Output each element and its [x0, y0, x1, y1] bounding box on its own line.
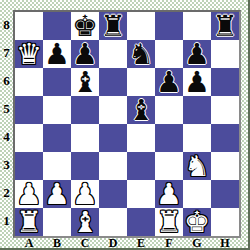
- file-label-g: G: [183, 237, 211, 250]
- square-h6[interactable]: [211, 68, 239, 96]
- square-c3[interactable]: [71, 152, 99, 180]
- piece-white-pawn[interactable]: ♟: [72, 180, 98, 208]
- piece-black-pawn[interactable]: ♟: [184, 40, 210, 68]
- piece-white-rook[interactable]: ♜: [16, 208, 42, 236]
- square-g5[interactable]: [183, 96, 211, 124]
- piece-white-king[interactable]: ♚: [184, 208, 210, 236]
- piece-white-bishop[interactable]: ♝: [72, 208, 98, 236]
- square-d2[interactable]: [99, 180, 127, 208]
- square-a8[interactable]: [15, 12, 43, 40]
- square-g1[interactable]: ♚: [183, 208, 211, 236]
- square-d3[interactable]: [99, 152, 127, 180]
- piece-white-queen[interactable]: ♛: [16, 40, 42, 68]
- file-label-b: B: [43, 237, 71, 250]
- square-g8[interactable]: [183, 12, 211, 40]
- piece-black-bishop[interactable]: ♝: [128, 96, 154, 124]
- square-g6[interactable]: ♟: [183, 68, 211, 96]
- square-c6[interactable]: ♝: [71, 68, 99, 96]
- square-e4[interactable]: [127, 124, 155, 152]
- piece-black-king[interactable]: ♚: [72, 12, 98, 40]
- square-h1[interactable]: [211, 208, 239, 236]
- rank-label-8: 8: [0, 12, 13, 40]
- rank-label-3: 3: [0, 152, 13, 180]
- chess-board: ♚♜♜♛♟♟♞♟♝♟♟♝♞♟♟♟♟♜♝♜♚: [13, 10, 241, 238]
- square-g3[interactable]: ♞: [183, 152, 211, 180]
- file-label-c: C: [71, 237, 99, 250]
- square-h8[interactable]: ♜: [211, 12, 239, 40]
- square-e6[interactable]: [127, 68, 155, 96]
- square-c8[interactable]: ♚: [71, 12, 99, 40]
- file-label-f: F: [155, 237, 183, 250]
- file-label-h: H: [211, 237, 239, 250]
- file-labels: A B C D E F G H: [15, 237, 239, 250]
- square-f4[interactable]: [155, 124, 183, 152]
- chess-panel: 8 7 6 5 4 3 2 1 ♚♜♜♛♟♟♞♟♝♟♟♝♞♟♟♟♟♜♝♜♚ A …: [0, 0, 250, 250]
- piece-black-knight[interactable]: ♞: [128, 40, 154, 68]
- square-f5[interactable]: [155, 96, 183, 124]
- piece-black-bishop[interactable]: ♝: [72, 68, 98, 96]
- square-f8[interactable]: [155, 12, 183, 40]
- square-f2[interactable]: ♟: [155, 180, 183, 208]
- square-e1[interactable]: [127, 208, 155, 236]
- rank-label-7: 7: [0, 40, 13, 68]
- square-h3[interactable]: [211, 152, 239, 180]
- square-h7[interactable]: [211, 40, 239, 68]
- square-f1[interactable]: ♜: [155, 208, 183, 236]
- square-e5[interactable]: ♝: [127, 96, 155, 124]
- square-g2[interactable]: [183, 180, 211, 208]
- square-a4[interactable]: [15, 124, 43, 152]
- square-e3[interactable]: [127, 152, 155, 180]
- square-a7[interactable]: ♛: [15, 40, 43, 68]
- piece-black-rook[interactable]: ♜: [100, 12, 126, 40]
- rank-label-4: 4: [0, 124, 13, 152]
- piece-black-pawn[interactable]: ♟: [44, 40, 70, 68]
- piece-black-pawn[interactable]: ♟: [156, 68, 182, 96]
- square-a2[interactable]: ♟: [15, 180, 43, 208]
- square-b4[interactable]: [43, 124, 71, 152]
- square-b1[interactable]: [43, 208, 71, 236]
- piece-white-pawn[interactable]: ♟: [44, 180, 70, 208]
- piece-black-rook[interactable]: ♜: [212, 12, 238, 40]
- square-b2[interactable]: ♟: [43, 180, 71, 208]
- square-b3[interactable]: [43, 152, 71, 180]
- file-label-d: D: [99, 237, 127, 250]
- square-d4[interactable]: [99, 124, 127, 152]
- square-d7[interactable]: [99, 40, 127, 68]
- square-e8[interactable]: [127, 12, 155, 40]
- rank-label-5: 5: [0, 96, 13, 124]
- square-d8[interactable]: ♜: [99, 12, 127, 40]
- square-a3[interactable]: [15, 152, 43, 180]
- piece-white-pawn[interactable]: ♟: [16, 180, 42, 208]
- square-b5[interactable]: [43, 96, 71, 124]
- square-f7[interactable]: [155, 40, 183, 68]
- square-g7[interactable]: ♟: [183, 40, 211, 68]
- square-c7[interactable]: ♟: [71, 40, 99, 68]
- file-label-a: A: [15, 237, 43, 250]
- square-b6[interactable]: [43, 68, 71, 96]
- file-label-e: E: [127, 237, 155, 250]
- square-e7[interactable]: ♞: [127, 40, 155, 68]
- square-c1[interactable]: ♝: [71, 208, 99, 236]
- piece-white-pawn[interactable]: ♟: [156, 180, 182, 208]
- piece-black-pawn[interactable]: ♟: [184, 68, 210, 96]
- rank-label-1: 1: [0, 208, 13, 236]
- square-h4[interactable]: [211, 124, 239, 152]
- square-b7[interactable]: ♟: [43, 40, 71, 68]
- square-d1[interactable]: [99, 208, 127, 236]
- square-c4[interactable]: [71, 124, 99, 152]
- square-f6[interactable]: ♟: [155, 68, 183, 96]
- square-c2[interactable]: ♟: [71, 180, 99, 208]
- square-a1[interactable]: ♜: [15, 208, 43, 236]
- piece-black-pawn[interactable]: ♟: [72, 40, 98, 68]
- square-d5[interactable]: [99, 96, 127, 124]
- square-h2[interactable]: [211, 180, 239, 208]
- square-g4[interactable]: [183, 124, 211, 152]
- square-a5[interactable]: [15, 96, 43, 124]
- square-b8[interactable]: [43, 12, 71, 40]
- rank-label-6: 6: [0, 68, 13, 96]
- square-a6[interactable]: [15, 68, 43, 96]
- square-f3[interactable]: [155, 152, 183, 180]
- square-c5[interactable]: [71, 96, 99, 124]
- square-e2[interactable]: [127, 180, 155, 208]
- square-d6[interactable]: [99, 68, 127, 96]
- square-h5[interactable]: [211, 96, 239, 124]
- piece-white-knight[interactable]: ♞: [184, 152, 210, 180]
- rank-labels: 8 7 6 5 4 3 2 1: [0, 12, 13, 236]
- rank-label-2: 2: [0, 180, 13, 208]
- piece-white-rook[interactable]: ♜: [156, 208, 182, 236]
